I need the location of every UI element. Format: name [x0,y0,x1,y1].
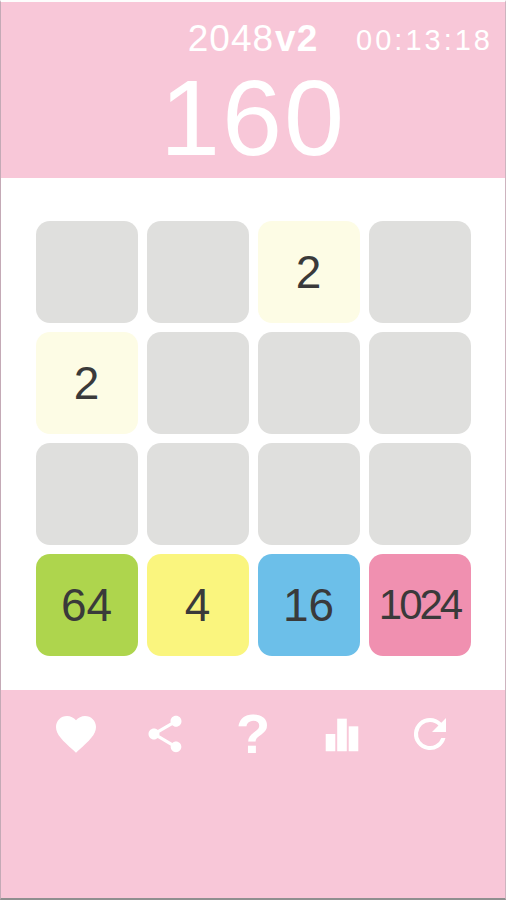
empty-cell [36,443,138,545]
favorite-button[interactable] [51,706,101,762]
empty-cell [147,332,249,434]
game-timer: 00:13:18 [356,24,493,57]
app-screen: 2048v2 00:13:18 160 22644161024 ? [0,0,506,900]
stats-button[interactable] [317,706,367,762]
tile-grid[interactable]: 22644161024 [36,221,471,656]
empty-cell [369,221,471,323]
header: 2048v2 00:13:18 160 [1,2,505,178]
share-icon [143,712,187,756]
help-button[interactable]: ? [228,706,278,762]
app-title-suffix: v2 [275,18,318,59]
tile-4: 4 [147,554,249,656]
empty-cell [258,443,360,545]
restart-button[interactable] [405,706,455,762]
help-icon: ? [236,706,270,762]
tile-2: 2 [258,221,360,323]
tile-16: 16 [258,554,360,656]
empty-cell [258,332,360,434]
empty-cell [369,332,471,434]
empty-cell [147,221,249,323]
empty-cell [369,443,471,545]
title-bar: 2048v2 00:13:18 [1,2,505,66]
empty-cell [147,443,249,545]
share-button[interactable] [140,706,190,762]
favorite-icon [52,710,100,758]
app-title-main: 2048 [188,18,274,59]
empty-cell [36,221,138,323]
tile-2: 2 [36,332,138,434]
tile-64: 64 [36,554,138,656]
footer: ? [1,690,505,900]
restart-icon [406,710,454,758]
footer-icon-row: ? [51,706,455,762]
tile-1024: 1024 [369,554,471,656]
app-title: 2048v2 [188,18,318,59]
game-board[interactable]: 22644161024 [1,178,505,690]
score-value: 160 [1,62,505,174]
stats-icon [319,711,365,757]
